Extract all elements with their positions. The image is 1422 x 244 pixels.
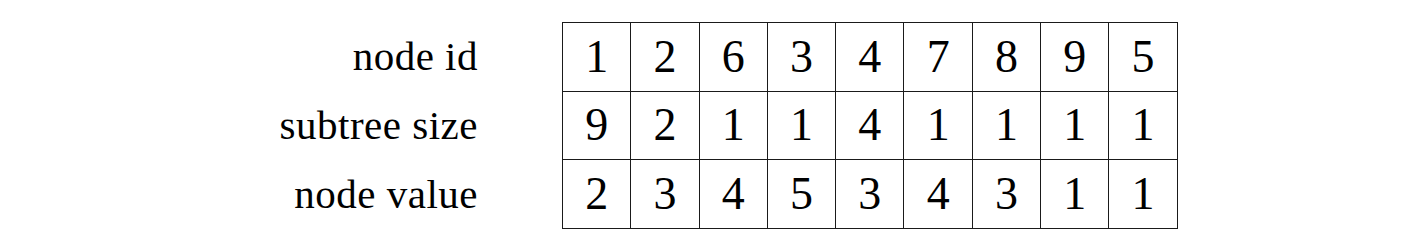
cell-r0-c0: 1 <box>563 23 631 92</box>
cell-r2-c5: 4 <box>904 160 972 229</box>
cell-r2-c3: 5 <box>768 160 836 229</box>
row-label-node-value: node value <box>0 160 478 229</box>
row-label-node-id: node id <box>0 22 478 91</box>
cell-r1-c1: 2 <box>631 92 699 161</box>
row-labels: node id subtree size node value <box>0 22 478 229</box>
cell-r2-c1: 3 <box>631 160 699 229</box>
cell-r0-c4: 4 <box>836 23 904 92</box>
cell-r0-c3: 3 <box>768 23 836 92</box>
cell-r1-c8: 1 <box>1109 92 1177 161</box>
cell-r0-c6: 8 <box>973 23 1041 92</box>
cell-r2-c6: 3 <box>973 160 1041 229</box>
cell-r2-c0: 2 <box>563 160 631 229</box>
cell-r1-c4: 4 <box>836 92 904 161</box>
cell-r2-c8: 1 <box>1109 160 1177 229</box>
cell-r1-c2: 1 <box>700 92 768 161</box>
number-grid: 1 2 6 3 4 7 8 9 5 9 2 1 1 4 1 1 1 1 2 3 … <box>562 22 1178 229</box>
cell-r1-c7: 1 <box>1041 92 1109 161</box>
array-table-figure: node id subtree size node value 1 2 6 3 … <box>0 22 1422 229</box>
row-label-subtree-size: subtree size <box>0 91 478 160</box>
cell-r1-c0: 9 <box>563 92 631 161</box>
cell-r0-c5: 7 <box>904 23 972 92</box>
cell-r1-c5: 1 <box>904 92 972 161</box>
cell-r0-c7: 9 <box>1041 23 1109 92</box>
cell-r0-c1: 2 <box>631 23 699 92</box>
cell-r2-c7: 1 <box>1041 160 1109 229</box>
cell-r2-c2: 4 <box>700 160 768 229</box>
cell-r1-c6: 1 <box>973 92 1041 161</box>
cell-r1-c3: 1 <box>768 92 836 161</box>
cell-r0-c2: 6 <box>700 23 768 92</box>
cell-r2-c4: 3 <box>836 160 904 229</box>
cell-r0-c8: 5 <box>1109 23 1177 92</box>
